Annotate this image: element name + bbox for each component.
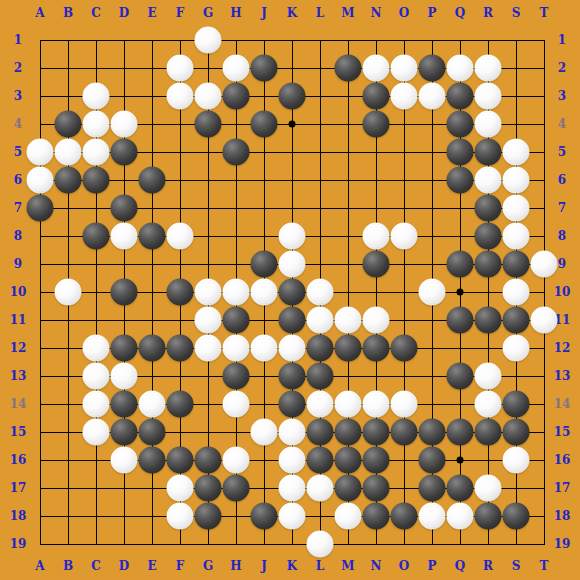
stone-white-H10[interactable] [223, 279, 250, 306]
stone-black-K11[interactable] [279, 307, 306, 334]
stone-white-F17[interactable] [167, 475, 194, 502]
col-label-top-N: N [371, 6, 382, 20]
stone-white-L17[interactable] [307, 475, 334, 502]
row-label-right-19: 19 [554, 537, 571, 551]
stone-black-N4[interactable] [363, 111, 390, 138]
stone-white-F18[interactable] [167, 503, 194, 530]
row-label-left-5: 5 [14, 145, 22, 159]
stone-black-N16[interactable] [363, 447, 390, 474]
stone-black-E6[interactable] [139, 167, 166, 194]
stone-white-C13[interactable] [83, 363, 110, 390]
stone-black-L13[interactable] [307, 363, 334, 390]
stone-white-M11[interactable] [335, 307, 362, 334]
col-label-bottom-K: K [287, 559, 297, 573]
stone-black-M12[interactable] [335, 335, 362, 362]
stone-black-Q6[interactable] [447, 167, 474, 194]
stone-white-R17[interactable] [475, 475, 502, 502]
stone-black-F10[interactable] [167, 279, 194, 306]
row-label-left-3: 3 [14, 89, 22, 103]
stone-black-G18[interactable] [195, 503, 222, 530]
stone-white-G11[interactable] [195, 307, 222, 334]
row-label-right-8: 8 [558, 229, 566, 243]
row-label-left-2: 2 [14, 61, 22, 75]
row-label-left-16: 16 [10, 453, 27, 467]
stone-black-K14[interactable] [279, 391, 306, 418]
stone-white-N14[interactable] [363, 391, 390, 418]
stone-black-N15[interactable] [363, 419, 390, 446]
stone-white-C15[interactable] [83, 419, 110, 446]
stone-white-S16[interactable] [503, 447, 530, 474]
stone-white-T11[interactable] [531, 307, 558, 334]
stone-black-R15[interactable] [475, 419, 502, 446]
stone-black-S9[interactable] [503, 251, 530, 278]
stone-white-Q18[interactable] [447, 503, 474, 530]
stone-black-S15[interactable] [503, 419, 530, 446]
stone-black-D7[interactable] [111, 195, 138, 222]
stone-white-C3[interactable] [83, 83, 110, 110]
stone-black-Q11[interactable] [447, 307, 474, 334]
stone-white-C14[interactable] [83, 391, 110, 418]
stone-black-D10[interactable] [111, 279, 138, 306]
stone-black-B4[interactable] [55, 111, 82, 138]
stone-black-N12[interactable] [363, 335, 390, 362]
grid-line-vertical [544, 40, 545, 545]
stone-white-G12[interactable] [195, 335, 222, 362]
stone-black-D12[interactable] [111, 335, 138, 362]
stone-white-S12[interactable] [503, 335, 530, 362]
stone-black-O15[interactable] [391, 419, 418, 446]
star-point [457, 289, 464, 296]
stone-white-F2[interactable] [167, 55, 194, 82]
stone-white-P3[interactable] [419, 83, 446, 110]
stone-white-L19[interactable] [307, 531, 334, 558]
row-label-right-16: 16 [554, 453, 571, 467]
stone-black-E16[interactable] [139, 447, 166, 474]
row-label-left-9: 9 [14, 257, 22, 271]
stone-white-M18[interactable] [335, 503, 362, 530]
stone-black-F16[interactable] [167, 447, 194, 474]
stone-black-A7[interactable] [27, 195, 54, 222]
col-label-bottom-S: S [512, 559, 521, 573]
stone-black-H3[interactable] [223, 83, 250, 110]
col-label-top-B: B [63, 6, 73, 20]
stone-black-O18[interactable] [391, 503, 418, 530]
stone-white-B5[interactable] [55, 139, 82, 166]
col-label-top-F: F [176, 6, 185, 20]
stone-black-S14[interactable] [503, 391, 530, 418]
stone-white-H16[interactable] [223, 447, 250, 474]
stone-black-L12[interactable] [307, 335, 334, 362]
stone-black-N17[interactable] [363, 475, 390, 502]
stone-black-J18[interactable] [251, 503, 278, 530]
stone-white-S5[interactable] [503, 139, 530, 166]
col-label-bottom-O: O [399, 559, 409, 573]
stone-white-J15[interactable] [251, 419, 278, 446]
col-label-top-L: L [316, 6, 324, 20]
col-label-bottom-R: R [483, 559, 493, 573]
stone-white-O14[interactable] [391, 391, 418, 418]
col-label-top-D: D [119, 6, 129, 20]
stone-black-S18[interactable] [503, 503, 530, 530]
stone-black-Q17[interactable] [447, 475, 474, 502]
stone-black-P16[interactable] [419, 447, 446, 474]
col-label-bottom-P: P [427, 559, 436, 573]
stone-black-R5[interactable] [475, 139, 502, 166]
row-label-left-17: 17 [10, 481, 27, 495]
row-label-right-7: 7 [558, 201, 566, 215]
stone-white-L10[interactable] [307, 279, 334, 306]
row-label-left-10: 10 [10, 285, 27, 299]
stone-black-E8[interactable] [139, 223, 166, 250]
stone-white-R4[interactable] [475, 111, 502, 138]
stone-black-O12[interactable] [391, 335, 418, 362]
col-label-bottom-H: H [230, 559, 241, 573]
stone-white-L14[interactable] [307, 391, 334, 418]
stone-white-S7[interactable] [503, 195, 530, 222]
stone-white-N11[interactable] [363, 307, 390, 334]
stone-white-H2[interactable] [223, 55, 250, 82]
row-label-right-3: 3 [558, 89, 566, 103]
row-label-right-17: 17 [554, 481, 571, 495]
star-point [457, 457, 464, 464]
stone-white-H14[interactable] [223, 391, 250, 418]
stone-white-K8[interactable] [279, 223, 306, 250]
stone-white-A6[interactable] [27, 167, 54, 194]
grid-line-horizontal [40, 544, 545, 545]
stone-black-G17[interactable] [195, 475, 222, 502]
stone-black-C6[interactable] [83, 167, 110, 194]
stone-black-H11[interactable] [223, 307, 250, 334]
stone-white-T9[interactable] [531, 251, 558, 278]
stone-black-M2[interactable] [335, 55, 362, 82]
stone-white-M14[interactable] [335, 391, 362, 418]
stone-black-M16[interactable] [335, 447, 362, 474]
row-label-right-12: 12 [554, 341, 571, 355]
row-label-left-19: 19 [10, 537, 27, 551]
row-label-left-1: 1 [14, 33, 22, 47]
stone-white-O8[interactable] [391, 223, 418, 250]
stone-black-J4[interactable] [251, 111, 278, 138]
row-label-left-8: 8 [14, 229, 22, 243]
stone-black-Q4[interactable] [447, 111, 474, 138]
row-label-right-1: 1 [558, 33, 566, 47]
row-label-right-18: 18 [554, 509, 571, 523]
stone-black-R7[interactable] [475, 195, 502, 222]
col-label-top-E: E [147, 6, 156, 20]
stone-black-H17[interactable] [223, 475, 250, 502]
stone-black-H5[interactable] [223, 139, 250, 166]
stone-white-K9[interactable] [279, 251, 306, 278]
stone-white-K15[interactable] [279, 419, 306, 446]
stone-white-C4[interactable] [83, 111, 110, 138]
stone-black-H13[interactable] [223, 363, 250, 390]
stone-black-N3[interactable] [363, 83, 390, 110]
stone-white-G3[interactable] [195, 83, 222, 110]
stone-white-R13[interactable] [475, 363, 502, 390]
stone-white-F8[interactable] [167, 223, 194, 250]
col-label-top-K: K [287, 6, 297, 20]
stone-white-R3[interactable] [475, 83, 502, 110]
stone-black-Q3[interactable] [447, 83, 474, 110]
row-label-right-2: 2 [558, 61, 566, 75]
stone-white-D4[interactable] [111, 111, 138, 138]
row-label-right-4: 4 [558, 117, 566, 131]
stone-white-D16[interactable] [111, 447, 138, 474]
row-label-left-12: 12 [10, 341, 27, 355]
stone-white-R2[interactable] [475, 55, 502, 82]
col-label-top-T: T [540, 6, 549, 20]
stone-black-K3[interactable] [279, 83, 306, 110]
stone-white-O3[interactable] [391, 83, 418, 110]
col-label-bottom-B: B [63, 559, 73, 573]
stone-black-P2[interactable] [419, 55, 446, 82]
stone-white-K17[interactable] [279, 475, 306, 502]
stone-black-Q13[interactable] [447, 363, 474, 390]
stone-black-P17[interactable] [419, 475, 446, 502]
col-label-top-Q: Q [455, 6, 465, 20]
stone-black-D14[interactable] [111, 391, 138, 418]
row-label-right-10: 10 [554, 285, 571, 299]
stone-white-C5[interactable] [83, 139, 110, 166]
col-label-bottom-D: D [119, 559, 129, 573]
col-label-bottom-E: E [147, 559, 156, 573]
row-label-left-14: 14 [10, 397, 27, 411]
stone-black-K10[interactable] [279, 279, 306, 306]
stone-black-M15[interactable] [335, 419, 362, 446]
stone-white-F3[interactable] [167, 83, 194, 110]
col-label-top-A: A [35, 6, 44, 20]
stone-black-K13[interactable] [279, 363, 306, 390]
stone-black-Q9[interactable] [447, 251, 474, 278]
stone-black-D5[interactable] [111, 139, 138, 166]
stone-black-L16[interactable] [307, 447, 334, 474]
row-label-left-11: 11 [10, 313, 27, 327]
row-label-left-15: 15 [10, 425, 27, 439]
col-label-top-J: J [261, 6, 267, 20]
col-label-top-R: R [483, 6, 493, 20]
stone-black-R11[interactable] [475, 307, 502, 334]
row-label-left-6: 6 [14, 173, 22, 187]
stone-white-S6[interactable] [503, 167, 530, 194]
stone-white-G1[interactable] [195, 27, 222, 54]
row-label-left-4: 4 [14, 117, 22, 131]
stone-white-P18[interactable] [419, 503, 446, 530]
grid-line-vertical [404, 40, 405, 545]
stone-black-R8[interactable] [475, 223, 502, 250]
stone-black-J9[interactable] [251, 251, 278, 278]
stone-black-D15[interactable] [111, 419, 138, 446]
stone-white-K16[interactable] [279, 447, 306, 474]
stone-white-J10[interactable] [251, 279, 278, 306]
stone-black-G4[interactable] [195, 111, 222, 138]
stone-white-K18[interactable] [279, 503, 306, 530]
col-label-bottom-G: G [203, 559, 213, 573]
stone-white-R6[interactable] [475, 167, 502, 194]
col-label-bottom-M: M [341, 559, 354, 573]
stone-white-D8[interactable] [111, 223, 138, 250]
stone-white-S10[interactable] [503, 279, 530, 306]
stone-white-R14[interactable] [475, 391, 502, 418]
stone-white-N2[interactable] [363, 55, 390, 82]
col-label-top-M: M [341, 6, 354, 20]
stone-black-S11[interactable] [503, 307, 530, 334]
row-label-right-15: 15 [554, 425, 571, 439]
stone-black-M17[interactable] [335, 475, 362, 502]
col-label-bottom-C: C [91, 559, 101, 573]
stone-black-N9[interactable] [363, 251, 390, 278]
col-label-top-P: P [427, 6, 436, 20]
stone-black-E12[interactable] [139, 335, 166, 362]
go-board[interactable]: AABBCCDDEEFFGGHHJJKKLLMMNNOOPPQQRRSSTT11… [0, 0, 580, 580]
col-label-top-S: S [512, 6, 521, 20]
stone-white-E14[interactable] [139, 391, 166, 418]
stone-black-F14[interactable] [167, 391, 194, 418]
stone-black-N18[interactable] [363, 503, 390, 530]
col-label-bottom-Q: Q [455, 559, 465, 573]
stone-black-R9[interactable] [475, 251, 502, 278]
col-label-bottom-A: A [35, 559, 44, 573]
row-label-right-5: 5 [558, 145, 566, 159]
row-label-left-7: 7 [14, 201, 22, 215]
row-label-right-9: 9 [558, 257, 566, 271]
star-point [289, 121, 296, 128]
col-label-top-O: O [399, 6, 409, 20]
stone-black-G16[interactable] [195, 447, 222, 474]
stone-black-J2[interactable] [251, 55, 278, 82]
col-label-bottom-J: J [261, 559, 267, 573]
col-label-bottom-N: N [371, 559, 382, 573]
col-label-top-G: G [203, 6, 213, 20]
stone-white-J12[interactable] [251, 335, 278, 362]
row-label-right-13: 13 [554, 369, 571, 383]
stone-white-Q2[interactable] [447, 55, 474, 82]
stone-white-D13[interactable] [111, 363, 138, 390]
row-label-right-14: 14 [554, 397, 571, 411]
stone-black-L15[interactable] [307, 419, 334, 446]
stone-white-L11[interactable] [307, 307, 334, 334]
stone-black-R18[interactable] [475, 503, 502, 530]
stone-white-N8[interactable] [363, 223, 390, 250]
stone-white-P10[interactable] [419, 279, 446, 306]
col-label-top-H: H [230, 6, 241, 20]
stone-white-A5[interactable] [27, 139, 54, 166]
col-label-bottom-T: T [540, 559, 549, 573]
row-label-right-6: 6 [558, 173, 566, 187]
stone-black-B6[interactable] [55, 167, 82, 194]
stone-black-Q5[interactable] [447, 139, 474, 166]
stone-white-H12[interactable] [223, 335, 250, 362]
stone-white-C12[interactable] [83, 335, 110, 362]
stone-white-B10[interactable] [55, 279, 82, 306]
col-label-top-C: C [91, 6, 101, 20]
stone-black-F12[interactable] [167, 335, 194, 362]
col-label-bottom-L: L [316, 559, 324, 573]
stone-white-O2[interactable] [391, 55, 418, 82]
row-label-left-18: 18 [10, 509, 27, 523]
stone-white-S8[interactable] [503, 223, 530, 250]
stone-white-K12[interactable] [279, 335, 306, 362]
stone-black-E15[interactable] [139, 419, 166, 446]
row-label-left-13: 13 [10, 369, 27, 383]
stone-black-P15[interactable] [419, 419, 446, 446]
col-label-bottom-F: F [176, 559, 185, 573]
stone-white-G10[interactable] [195, 279, 222, 306]
stone-black-C8[interactable] [83, 223, 110, 250]
stone-black-Q15[interactable] [447, 419, 474, 446]
